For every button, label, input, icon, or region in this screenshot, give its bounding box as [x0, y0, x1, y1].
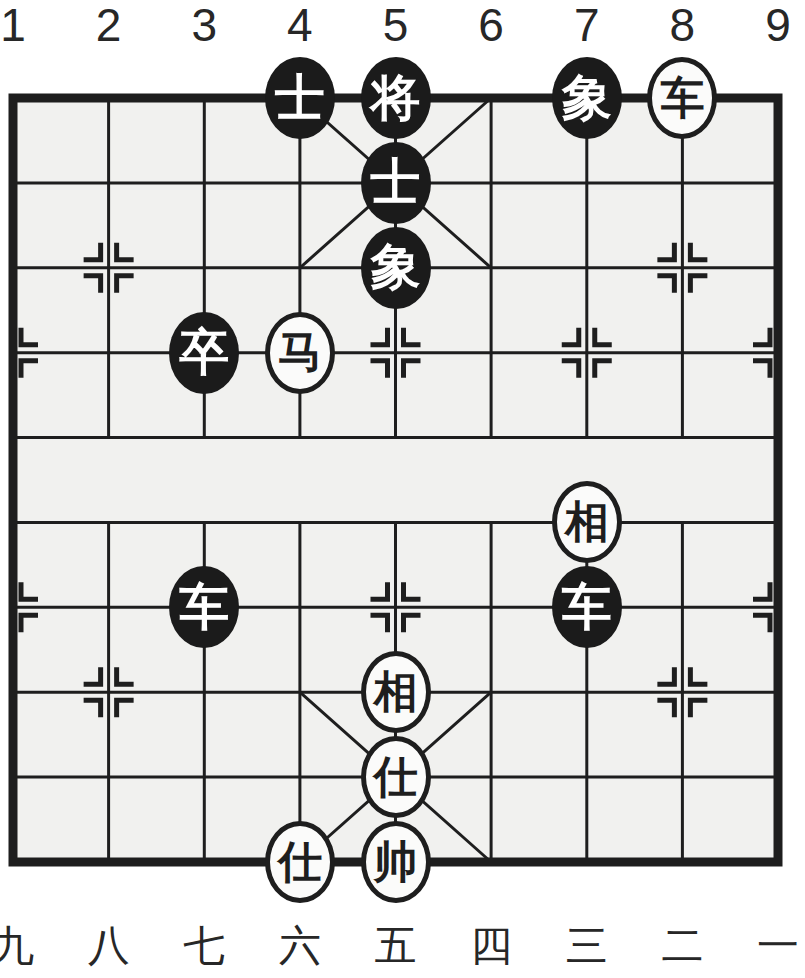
file-label-bottom-6: 四: [470, 922, 512, 970]
file-label-bottom-1: 九: [0, 922, 34, 970]
piece-black-卒-f3r4[interactable]: 卒: [169, 312, 239, 394]
file-label-bottom-5: 五: [375, 922, 417, 970]
file-label-bottom-2: 八: [88, 922, 130, 970]
piece-red-车-f8r1[interactable]: 车: [647, 57, 717, 139]
file-label-bottom-3: 七: [183, 922, 225, 970]
file-label-bottom-4: 六: [279, 922, 321, 970]
piece-black-象-f5r3[interactable]: 象: [361, 227, 431, 309]
file-label-bottom-9: 一: [757, 922, 799, 970]
file-label-bottom-8: 二: [661, 922, 703, 970]
piece-red-仕-f5r9[interactable]: 仕: [361, 736, 431, 818]
piece-black-将-f5r1[interactable]: 将: [361, 57, 431, 139]
piece-red-帅-f5r10[interactable]: 帅: [361, 821, 431, 903]
piece-black-士-f5r2[interactable]: 士: [361, 142, 431, 224]
piece-black-车-f7r7[interactable]: 车: [552, 566, 622, 648]
piece-black-象-f7r1[interactable]: 象: [552, 57, 622, 139]
piece-black-车-f3r7[interactable]: 车: [169, 566, 239, 648]
piece-red-相-f5r8[interactable]: 相: [361, 651, 431, 733]
xiangqi-diagram: 123456789: [0, 0, 805, 978]
piece-red-马-f4r4[interactable]: 马: [265, 312, 335, 394]
pieces-layer: 士将象车士象卒马相车车相仕仕帅: [0, 0, 805, 978]
piece-red-仕-f4r10[interactable]: 仕: [265, 821, 335, 903]
file-label-bottom-7: 三: [566, 922, 608, 970]
piece-black-士-f4r1[interactable]: 士: [265, 57, 335, 139]
piece-red-相-f7r6[interactable]: 相: [552, 481, 622, 563]
